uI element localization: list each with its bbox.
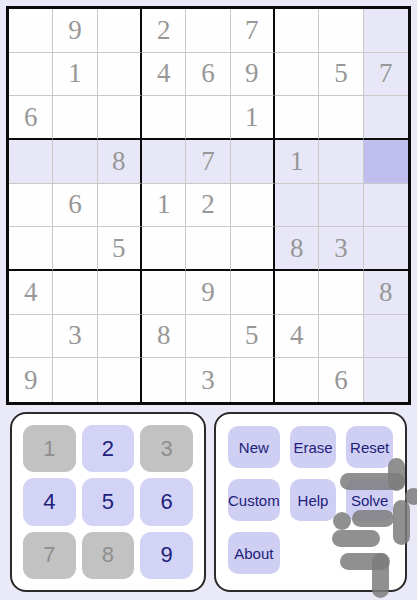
keypad-button-5[interactable]: 5 — [82, 478, 135, 525]
keypad-button-4[interactable]: 4 — [23, 478, 76, 525]
action-buttons-panel: NewEraseResetCustomHelpSolveAbout — [214, 412, 407, 592]
cell-r3c2[interactable] — [53, 96, 97, 140]
cell-r5c3[interactable] — [98, 184, 142, 228]
solve-button[interactable]: Solve — [346, 479, 393, 521]
cell-r4c6[interactable] — [231, 140, 275, 184]
cell-r7c1[interactable]: 4 — [9, 271, 53, 315]
cell-r7c8[interactable] — [319, 271, 363, 315]
cell-r7c7[interactable] — [275, 271, 319, 315]
cell-r8c1[interactable] — [9, 315, 53, 359]
cell-r4c8[interactable] — [319, 140, 363, 184]
cell-r9c4[interactable] — [142, 358, 186, 402]
cell-r6c6[interactable] — [231, 227, 275, 271]
keypad-button-1[interactable]: 1 — [23, 425, 76, 472]
cell-r2c6[interactable]: 9 — [231, 53, 275, 97]
cell-r5c8[interactable] — [319, 184, 363, 228]
keypad-button-3[interactable]: 3 — [140, 425, 193, 472]
cell-r8c2[interactable]: 3 — [53, 315, 97, 359]
cell-r7c4[interactable] — [142, 271, 186, 315]
cell-r8c3[interactable] — [98, 315, 142, 359]
cell-r9c3[interactable] — [98, 358, 142, 402]
cell-r2c7[interactable] — [275, 53, 319, 97]
cell-r9c2[interactable] — [53, 358, 97, 402]
keypad-button-9[interactable]: 9 — [140, 532, 193, 579]
cell-r4c7[interactable]: 1 — [275, 140, 319, 184]
cell-r9c5[interactable]: 3 — [186, 358, 230, 402]
cell-r2c2[interactable]: 1 — [53, 53, 97, 97]
cell-r1c4[interactable]: 2 — [142, 9, 186, 53]
cell-r3c5[interactable] — [186, 96, 230, 140]
cell-r5c4[interactable]: 1 — [142, 184, 186, 228]
cell-r4c5[interactable]: 7 — [186, 140, 230, 184]
custom-button[interactable]: Custom — [228, 479, 280, 521]
cell-r2c4[interactable]: 4 — [142, 53, 186, 97]
cell-r1c5[interactable] — [186, 9, 230, 53]
cell-r2c3[interactable] — [98, 53, 142, 97]
reset-button[interactable]: Reset — [346, 426, 393, 468]
cell-r3c8[interactable] — [319, 96, 363, 140]
cell-r2c8[interactable]: 5 — [319, 53, 363, 97]
cell-r5c6[interactable] — [231, 184, 275, 228]
cell-r7c2[interactable] — [53, 271, 97, 315]
cell-r4c1[interactable] — [9, 140, 53, 184]
cell-r2c1[interactable] — [9, 53, 53, 97]
cell-r5c9[interactable] — [364, 184, 408, 228]
cell-r6c5[interactable] — [186, 227, 230, 271]
keypad-button-6[interactable]: 6 — [140, 478, 193, 525]
keypad-button-2[interactable]: 2 — [82, 425, 135, 472]
cell-r8c4[interactable]: 8 — [142, 315, 186, 359]
cell-r4c9[interactable] — [364, 140, 408, 184]
cell-r7c5[interactable]: 9 — [186, 271, 230, 315]
sudoku-board: 927146957618716125834983854936 — [6, 6, 411, 405]
cell-r2c9[interactable]: 7 — [364, 53, 408, 97]
cell-r1c3[interactable] — [98, 9, 142, 53]
cell-r7c3[interactable] — [98, 271, 142, 315]
cell-r3c3[interactable] — [98, 96, 142, 140]
cell-r9c1[interactable]: 9 — [9, 358, 53, 402]
cell-r8c6[interactable]: 5 — [231, 315, 275, 359]
keypad-button-8[interactable]: 8 — [82, 532, 135, 579]
cell-r2c5[interactable]: 6 — [186, 53, 230, 97]
cell-r8c9[interactable] — [364, 315, 408, 359]
cell-r5c2[interactable]: 6 — [53, 184, 97, 228]
cell-r1c1[interactable] — [9, 9, 53, 53]
cell-r7c9[interactable]: 8 — [364, 271, 408, 315]
erase-button[interactable]: Erase — [290, 426, 337, 468]
cell-r6c4[interactable] — [142, 227, 186, 271]
cell-r5c5[interactable]: 2 — [186, 184, 230, 228]
cell-r1c8[interactable] — [319, 9, 363, 53]
cell-r6c8[interactable]: 3 — [319, 227, 363, 271]
action-buttons: NewEraseResetCustomHelpSolveAbout — [228, 426, 393, 574]
new-button[interactable]: New — [228, 426, 280, 468]
cell-r1c6[interactable]: 7 — [231, 9, 275, 53]
cell-r9c8[interactable]: 6 — [319, 358, 363, 402]
number-keypad-panel: 123456789 — [10, 412, 206, 592]
cell-r9c9[interactable] — [364, 358, 408, 402]
cell-r6c9[interactable] — [364, 227, 408, 271]
cell-r6c7[interactable]: 8 — [275, 227, 319, 271]
help-button[interactable]: Help — [290, 479, 337, 521]
cell-r3c1[interactable]: 6 — [9, 96, 53, 140]
cell-r8c7[interactable]: 4 — [275, 315, 319, 359]
cell-r9c6[interactable] — [231, 358, 275, 402]
cell-r8c8[interactable] — [319, 315, 363, 359]
cell-r6c1[interactable] — [9, 227, 53, 271]
cell-r1c2[interactable]: 9 — [53, 9, 97, 53]
control-panels: 123456789 NewEraseResetCustomHelpSolveAb… — [10, 412, 407, 592]
cell-r3c9[interactable] — [364, 96, 408, 140]
about-button[interactable]: About — [228, 532, 280, 574]
cell-r3c4[interactable] — [142, 96, 186, 140]
cell-r6c2[interactable] — [53, 227, 97, 271]
cell-r3c6[interactable]: 1 — [231, 96, 275, 140]
keypad-button-7[interactable]: 7 — [23, 532, 76, 579]
cell-r6c3[interactable]: 5 — [98, 227, 142, 271]
cell-r4c3[interactable]: 8 — [98, 140, 142, 184]
cell-r9c7[interactable] — [275, 358, 319, 402]
cell-r3c7[interactable] — [275, 96, 319, 140]
cell-r4c4[interactable] — [142, 140, 186, 184]
number-keypad: 123456789 — [23, 425, 193, 579]
cell-r1c9[interactable] — [364, 9, 408, 53]
cell-r5c7[interactable] — [275, 184, 319, 228]
cell-r7c6[interactable] — [231, 271, 275, 315]
cell-r8c5[interactable] — [186, 315, 230, 359]
cell-r5c1[interactable] — [9, 184, 53, 228]
cell-r4c2[interactable] — [53, 140, 97, 184]
cell-r1c7[interactable] — [275, 9, 319, 53]
